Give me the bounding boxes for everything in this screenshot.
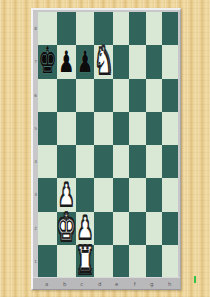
file-label-e: e [109,279,125,289]
square-a3[interactable] [38,178,57,211]
square-c5[interactable] [76,112,95,145]
square-g8[interactable] [146,12,162,45]
square-f2[interactable] [129,212,145,245]
black-pawn-c7[interactable]: ♟ [77,47,93,77]
rank-label-8: 8 [33,14,37,42]
square-g2[interactable] [146,212,162,245]
square-g1[interactable] [146,245,162,278]
square-g4[interactable] [146,145,162,178]
square-c4[interactable] [76,145,95,178]
square-g5[interactable] [146,112,162,145]
white-pawn-c2[interactable]: ♟ [77,213,93,243]
square-d7[interactable]: ♞ [94,45,113,78]
green-tick-mark [194,276,196,283]
square-h8[interactable] [162,12,178,45]
square-h2[interactable] [162,212,178,245]
square-d6[interactable] [94,79,113,112]
square-b2[interactable]: ♚ [57,212,76,245]
square-h4[interactable] [162,145,178,178]
white-pawn-b3[interactable]: ♟ [58,180,74,210]
square-h5[interactable] [162,112,178,145]
square-c3[interactable] [76,178,95,211]
square-c7[interactable]: ♟ [76,45,95,78]
white-king-b2[interactable]: ♚ [57,210,76,247]
chess-board-frame: 87654321 ♚♟♟♞♟♚♟♜ abcdefgh [31,8,181,290]
square-d4[interactable] [94,145,113,178]
square-d2[interactable] [94,212,113,245]
chess-board: ♚♟♟♞♟♚♟♜ [38,12,178,278]
rank-label-2: 2 [33,214,37,242]
square-d5[interactable] [94,112,113,145]
square-g7[interactable] [146,45,162,78]
file-labels: abcdefgh [38,278,178,289]
file-label-a: a [39,279,55,289]
square-b8[interactable] [57,12,76,45]
wood-background: 87654321 ♚♟♟♞♟♚♟♜ abcdefgh [0,0,210,297]
square-b4[interactable] [57,145,76,178]
white-knight-d7[interactable]: ♞ [94,44,113,81]
rank-label-4: 4 [33,147,37,175]
rank-label-6: 6 [33,81,37,109]
file-label-b: b [56,279,72,289]
black-pawn-b7[interactable]: ♟ [58,47,74,77]
square-a5[interactable] [38,112,57,145]
square-g6[interactable] [146,79,162,112]
square-a7[interactable]: ♚ [38,45,57,78]
square-h1[interactable] [162,245,178,278]
square-f8[interactable] [129,12,145,45]
square-b6[interactable] [57,79,76,112]
rank-label-7: 7 [33,48,37,76]
square-f7[interactable] [129,45,145,78]
square-b5[interactable] [57,112,76,145]
square-f6[interactable] [129,79,145,112]
rank-label-3: 3 [33,181,37,209]
file-labels-strip: abcdefgh [33,277,180,289]
square-f3[interactable] [129,178,145,211]
file-label-g: g [144,279,160,289]
square-e6[interactable] [113,79,129,112]
square-e4[interactable] [113,145,129,178]
square-f1[interactable] [129,245,145,278]
square-h7[interactable] [162,45,178,78]
square-a6[interactable] [38,79,57,112]
square-b1[interactable] [57,245,76,278]
square-b7[interactable]: ♟ [57,45,76,78]
square-c6[interactable] [76,79,95,112]
square-e1[interactable] [113,245,129,278]
square-d3[interactable] [94,178,113,211]
square-e2[interactable] [113,212,129,245]
square-e3[interactable] [113,178,129,211]
square-d1[interactable] [94,245,113,278]
white-rook-c1[interactable]: ♜ [76,243,95,280]
square-f5[interactable] [129,112,145,145]
square-h3[interactable] [162,178,178,211]
square-c8[interactable] [76,12,95,45]
square-a1[interactable] [38,245,57,278]
file-label-h: h [161,279,177,289]
square-h6[interactable] [162,79,178,112]
square-e8[interactable] [113,12,129,45]
file-label-f: f [126,279,142,289]
square-e5[interactable] [113,112,129,145]
rank-label-1: 1 [33,247,37,275]
square-a4[interactable] [38,145,57,178]
rank-label-5: 5 [33,114,37,142]
square-e7[interactable] [113,45,129,78]
square-a2[interactable] [38,212,57,245]
square-c1[interactable]: ♜ [76,245,95,278]
square-g3[interactable] [146,178,162,211]
black-king-a7[interactable]: ♚ [38,44,57,81]
square-f4[interactable] [129,145,145,178]
